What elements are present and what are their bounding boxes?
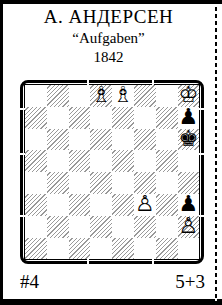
square-f1[interactable] [134,238,156,260]
frame-print-gap [152,259,154,264]
frame-print-gap [20,153,25,155]
square-c4[interactable] [69,172,91,194]
frame-print-gap [199,215,204,217]
dashed-cut-line [215,0,217,305]
footer: #4 5+3 [20,271,205,293]
square-d5[interactable] [90,150,112,172]
piece-black-pawn-h7[interactable]: ♟ [179,106,199,128]
frame-print-gap [152,80,154,85]
square-c2[interactable] [69,216,91,238]
square-e1[interactable] [112,238,134,260]
square-a7[interactable] [25,107,47,129]
square-d6[interactable] [90,129,112,151]
chessboard-frame: ♗♗♔♟♚♙♟♙ [20,80,204,264]
square-g6[interactable] [156,129,178,151]
square-f2[interactable] [134,216,156,238]
piece-white-pawn-f3[interactable]: ♙ [135,193,155,215]
square-d7[interactable] [90,107,112,129]
square-b8[interactable] [47,85,69,107]
square-a8[interactable] [25,85,47,107]
square-a1[interactable] [25,238,47,260]
square-e8[interactable]: ♗ [112,85,134,107]
square-b3[interactable] [47,194,69,216]
publication-year: 1842 [3,48,214,66]
square-g8[interactable] [156,85,178,107]
square-c6[interactable] [69,129,91,151]
frame-print-gap [87,80,89,85]
square-g1[interactable] [156,238,178,260]
square-e4[interactable] [112,172,134,194]
square-g7[interactable] [156,107,178,129]
square-b1[interactable] [47,238,69,260]
square-e3[interactable] [112,194,134,216]
square-e5[interactable] [112,150,134,172]
square-d2[interactable] [90,216,112,238]
square-h2[interactable]: ♙ [178,216,200,238]
square-h5[interactable] [178,150,200,172]
piece-black-pawn-h3[interactable]: ♟ [179,193,199,215]
page-border-top [0,0,222,4]
square-a5[interactable] [25,150,47,172]
piece-black-king-h6[interactable]: ♚ [179,128,199,150]
square-f8[interactable] [134,85,156,107]
square-b5[interactable] [47,150,69,172]
piece-white-pawn-h2[interactable]: ♙ [179,215,199,237]
square-b4[interactable] [47,172,69,194]
square-d8[interactable]: ♗ [90,85,112,107]
square-f7[interactable] [134,107,156,129]
material-count: 5+3 [175,271,205,293]
square-b2[interactable] [47,216,69,238]
page-border-bottom [0,299,222,305]
frame-print-gap [199,153,204,155]
square-e7[interactable] [112,107,134,129]
square-e6[interactable] [112,129,134,151]
source-title: “Aufgaben” [3,28,214,48]
square-f6[interactable] [134,129,156,151]
square-g3[interactable] [156,194,178,216]
square-a3[interactable] [25,194,47,216]
square-g2[interactable] [156,216,178,238]
piece-white-bishop-e8[interactable]: ♗ [113,84,133,106]
square-f3[interactable]: ♙ [134,194,156,216]
piece-white-bishop-d8[interactable]: ♗ [91,84,111,106]
square-h1[interactable] [178,238,200,260]
square-b6[interactable] [47,129,69,151]
chessboard: ♗♗♔♟♚♙♟♙ [25,85,199,259]
square-e2[interactable] [112,216,134,238]
square-c3[interactable] [69,194,91,216]
square-c7[interactable] [69,107,91,129]
author-name: А. АНДЕРСЕН [3,6,214,28]
square-g4[interactable] [156,172,178,194]
square-c5[interactable] [69,150,91,172]
square-a6[interactable] [25,129,47,151]
chessboard-inner-border: ♗♗♔♟♚♙♟♙ [24,84,200,260]
frame-print-gap [87,259,89,264]
square-c8[interactable] [69,85,91,107]
frame-print-gap [199,108,204,110]
square-d1[interactable] [90,238,112,260]
frame-print-gap [20,215,25,217]
stipulation: #4 [20,271,39,293]
square-c1[interactable] [69,238,91,260]
square-d4[interactable] [90,172,112,194]
square-f5[interactable] [134,150,156,172]
piece-white-king-h8[interactable]: ♔ [179,84,199,106]
square-b7[interactable] [47,107,69,129]
square-h6[interactable]: ♚ [178,129,200,151]
square-d3[interactable] [90,194,112,216]
square-g5[interactable] [156,150,178,172]
header: А. АНДЕРСЕН “Aufgaben” 1842 [3,6,214,66]
square-a4[interactable] [25,172,47,194]
square-a2[interactable] [25,216,47,238]
page: А. АНДЕРСЕН “Aufgaben” 1842 ♗♗♔♟♚♙♟♙ #4 … [0,0,222,305]
frame-print-gap [20,108,25,110]
